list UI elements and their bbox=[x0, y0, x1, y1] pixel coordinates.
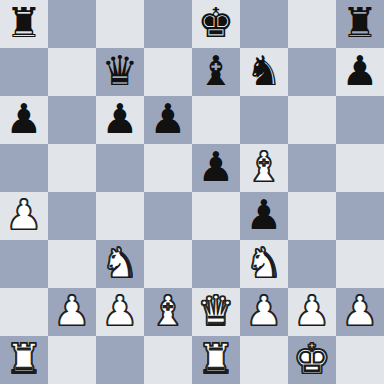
square-a6[interactable]: ♟ bbox=[0, 96, 48, 144]
square-h5[interactable] bbox=[336, 144, 384, 192]
black-pawn-e5: ♟ bbox=[198, 144, 235, 191]
square-d2[interactable]: ♝ bbox=[144, 288, 192, 336]
square-d6[interactable]: ♟ bbox=[144, 96, 192, 144]
white-rook-e1: ♜ bbox=[198, 336, 235, 383]
square-e7[interactable]: ♝ bbox=[192, 48, 240, 96]
square-a2[interactable] bbox=[0, 288, 48, 336]
white-knight-c3: ♞ bbox=[102, 240, 139, 287]
square-c3[interactable]: ♞ bbox=[96, 240, 144, 288]
black-pawn-a6: ♟ bbox=[6, 96, 43, 143]
square-f3[interactable]: ♞ bbox=[240, 240, 288, 288]
square-e3[interactable] bbox=[192, 240, 240, 288]
square-h3[interactable] bbox=[336, 240, 384, 288]
square-h4[interactable] bbox=[336, 192, 384, 240]
square-b7[interactable] bbox=[48, 48, 96, 96]
black-pawn-d6: ♟ bbox=[150, 96, 187, 143]
square-e2[interactable]: ♛ bbox=[192, 288, 240, 336]
square-d1[interactable] bbox=[144, 336, 192, 384]
white-queen-e2: ♛ bbox=[198, 288, 235, 335]
chess-board: ♜♚♜♛♝♞♟♟♟♟♟♝♟♟♞♞♟♟♝♛♟♟♟♜♜♚ bbox=[0, 0, 384, 384]
square-b8[interactable] bbox=[48, 0, 96, 48]
white-rook-a1: ♜ bbox=[6, 336, 43, 383]
square-d8[interactable] bbox=[144, 0, 192, 48]
black-pawn-h7: ♟ bbox=[342, 48, 379, 95]
square-c4[interactable] bbox=[96, 192, 144, 240]
square-b4[interactable] bbox=[48, 192, 96, 240]
square-g1[interactable]: ♚ bbox=[288, 336, 336, 384]
square-b1[interactable] bbox=[48, 336, 96, 384]
black-rook-a8: ♜ bbox=[6, 0, 43, 47]
square-a4[interactable]: ♟ bbox=[0, 192, 48, 240]
square-g2[interactable]: ♟ bbox=[288, 288, 336, 336]
white-pawn-g2: ♟ bbox=[294, 288, 331, 335]
black-pawn-c6: ♟ bbox=[102, 96, 139, 143]
square-f6[interactable] bbox=[240, 96, 288, 144]
square-h1[interactable] bbox=[336, 336, 384, 384]
square-c8[interactable] bbox=[96, 0, 144, 48]
white-king-g1: ♚ bbox=[294, 336, 331, 383]
black-rook-h8: ♜ bbox=[342, 0, 379, 47]
square-b2[interactable]: ♟ bbox=[48, 288, 96, 336]
square-c5[interactable] bbox=[96, 144, 144, 192]
square-g8[interactable] bbox=[288, 0, 336, 48]
white-pawn-f2: ♟ bbox=[246, 288, 283, 335]
square-f7[interactable]: ♞ bbox=[240, 48, 288, 96]
square-d5[interactable] bbox=[144, 144, 192, 192]
white-pawn-b2: ♟ bbox=[54, 288, 91, 335]
square-g3[interactable] bbox=[288, 240, 336, 288]
square-h6[interactable] bbox=[336, 96, 384, 144]
black-bishop-e7: ♝ bbox=[198, 48, 235, 95]
square-d3[interactable] bbox=[144, 240, 192, 288]
white-pawn-a4: ♟ bbox=[6, 192, 43, 239]
black-king-e8: ♚ bbox=[198, 0, 235, 47]
square-f5[interactable]: ♝ bbox=[240, 144, 288, 192]
square-g4[interactable] bbox=[288, 192, 336, 240]
square-f4[interactable]: ♟ bbox=[240, 192, 288, 240]
square-h2[interactable]: ♟ bbox=[336, 288, 384, 336]
white-pawn-c2: ♟ bbox=[102, 288, 139, 335]
square-e1[interactable]: ♜ bbox=[192, 336, 240, 384]
square-a3[interactable] bbox=[0, 240, 48, 288]
square-g5[interactable] bbox=[288, 144, 336, 192]
white-bishop-d2: ♝ bbox=[150, 288, 187, 335]
square-c1[interactable] bbox=[96, 336, 144, 384]
black-pawn-f4: ♟ bbox=[246, 192, 283, 239]
square-e4[interactable] bbox=[192, 192, 240, 240]
square-a1[interactable]: ♜ bbox=[0, 336, 48, 384]
square-b6[interactable] bbox=[48, 96, 96, 144]
square-e8[interactable]: ♚ bbox=[192, 0, 240, 48]
square-f1[interactable] bbox=[240, 336, 288, 384]
square-e6[interactable] bbox=[192, 96, 240, 144]
square-f2[interactable]: ♟ bbox=[240, 288, 288, 336]
square-h7[interactable]: ♟ bbox=[336, 48, 384, 96]
white-bishop-f5: ♝ bbox=[246, 144, 283, 191]
square-b3[interactable] bbox=[48, 240, 96, 288]
white-pawn-h2: ♟ bbox=[342, 288, 379, 335]
square-h8[interactable]: ♜ bbox=[336, 0, 384, 48]
square-d7[interactable] bbox=[144, 48, 192, 96]
square-c6[interactable]: ♟ bbox=[96, 96, 144, 144]
square-e5[interactable]: ♟ bbox=[192, 144, 240, 192]
square-a8[interactable]: ♜ bbox=[0, 0, 48, 48]
black-knight-f7: ♞ bbox=[246, 48, 283, 95]
square-d4[interactable] bbox=[144, 192, 192, 240]
square-b5[interactable] bbox=[48, 144, 96, 192]
square-g6[interactable] bbox=[288, 96, 336, 144]
square-a7[interactable] bbox=[0, 48, 48, 96]
black-queen-c7: ♛ bbox=[102, 48, 139, 95]
square-c2[interactable]: ♟ bbox=[96, 288, 144, 336]
square-c7[interactable]: ♛ bbox=[96, 48, 144, 96]
square-f8[interactable] bbox=[240, 0, 288, 48]
square-g7[interactable] bbox=[288, 48, 336, 96]
square-a5[interactable] bbox=[0, 144, 48, 192]
white-knight-f3: ♞ bbox=[246, 240, 283, 287]
